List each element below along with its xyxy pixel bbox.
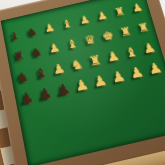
- piece-tray: ♝♞♟♝♟♟♜♟♜♞♟♝♛♚♜♜♞♝♟♞♜♟♝♟♟♟♟♟♟♟♟♟: [3, 0, 165, 107]
- photo-scene: ♝♞♟♝♟♟♜♟♜♞♟♝♛♚♜♜♞♝♟♞♜♟♝♟♟♟♟♟♟♟♟♟: [0, 0, 165, 165]
- felt-lining: ♝♞♟♝♟♟♜♟♜♞♟♝♛♚♜♜♞♝♟♞♜♟♝♟♟♟♟♟♟♟♟♟: [1, 0, 165, 165]
- storage-lid: ♝♞♟♝♟♟♜♟♜♞♟♝♛♚♜♜♞♝♟♞♜♟♝♟♟♟♟♟♟♟♟♟: [0, 0, 165, 165]
